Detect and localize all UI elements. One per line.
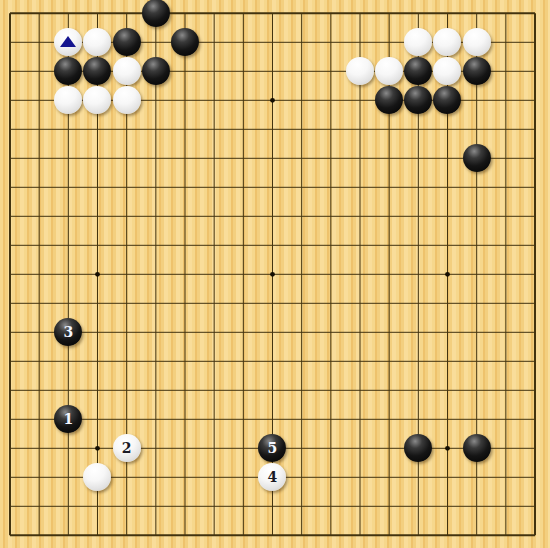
board-intersection [112,57,141,86]
white-stone[interactable] [404,28,432,56]
board-intersection [83,57,112,86]
black-stone[interactable] [463,57,491,85]
board-intersection [83,463,112,492]
board-intersection [141,0,170,28]
black-stone[interactable] [463,144,491,172]
go-stone-grid: 31254 [0,0,550,548]
board-intersection [83,28,112,57]
white-stone[interactable]: 2 [113,434,141,462]
board-intersection: 3 [54,318,83,347]
black-stone[interactable] [404,86,432,114]
white-stone[interactable]: 4 [258,463,286,491]
board-intersection [462,57,491,86]
black-stone[interactable] [83,57,111,85]
move-number-label: 4 [268,470,278,484]
board-intersection [345,57,374,86]
board-intersection: 2 [112,434,141,463]
board-intersection [83,86,112,115]
black-stone[interactable] [142,57,170,85]
white-stone[interactable] [463,28,491,56]
board-intersection [170,28,199,57]
board-intersection: 1 [54,405,83,434]
board-intersection [375,57,404,86]
go-board[interactable]: 31254 [0,0,550,548]
board-intersection [112,86,141,115]
black-stone[interactable]: 5 [258,434,286,462]
board-intersection [433,57,462,86]
board-intersection [112,28,141,57]
move-number-label: 3 [63,325,73,339]
black-stone[interactable]: 1 [54,405,82,433]
black-stone[interactable]: 3 [54,318,82,346]
white-stone[interactable] [54,86,82,114]
black-stone[interactable] [142,0,170,27]
board-intersection [141,57,170,86]
board-intersection [375,86,404,115]
board-intersection [433,86,462,115]
white-stone[interactable] [433,57,461,85]
black-stone[interactable] [113,28,141,56]
move-number-label: 5 [268,441,278,455]
white-stone[interactable] [113,86,141,114]
board-intersection [54,28,83,57]
board-intersection [54,86,83,115]
black-stone[interactable] [404,57,432,85]
black-stone[interactable] [375,86,403,114]
white-stone[interactable] [54,28,82,56]
board-intersection [462,28,491,57]
black-stone[interactable] [463,434,491,462]
board-intersection [54,57,83,86]
white-stone[interactable] [375,57,403,85]
board-intersection [404,28,433,57]
black-stone[interactable] [404,434,432,462]
black-stone[interactable] [171,28,199,56]
board-intersection [433,28,462,57]
board-intersection [462,144,491,173]
black-stone[interactable] [433,86,461,114]
white-stone[interactable] [113,57,141,85]
move-number-label: 1 [63,412,73,426]
board-intersection: 4 [258,463,287,492]
white-stone[interactable] [346,57,374,85]
white-stone[interactable] [83,463,111,491]
board-intersection [404,86,433,115]
triangle-marker-icon [60,36,76,47]
white-stone[interactable] [433,28,461,56]
white-stone[interactable] [83,86,111,114]
white-stone[interactable] [83,28,111,56]
move-number-label: 2 [122,441,132,455]
board-intersection: 5 [258,434,287,463]
black-stone[interactable] [54,57,82,85]
board-intersection [404,57,433,86]
board-intersection [462,434,491,463]
board-intersection [404,434,433,463]
